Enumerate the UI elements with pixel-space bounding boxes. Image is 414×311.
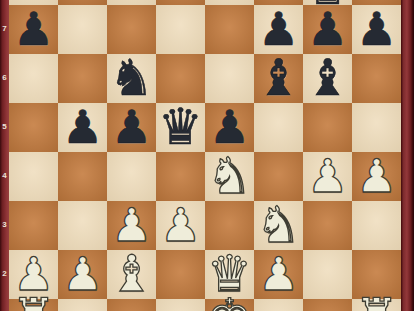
- square-e4[interactable]: ♞: [205, 152, 254, 201]
- black-bishop-f6[interactable]: ♝: [256, 54, 301, 103]
- black-pawn-f7[interactable]: ♟: [258, 5, 299, 54]
- square-c4[interactable]: [107, 152, 156, 201]
- square-c2[interactable]: ♝: [107, 250, 156, 299]
- white-pawn-c3[interactable]: ♟: [111, 201, 152, 250]
- square-g1[interactable]: [303, 299, 352, 311]
- square-b3[interactable]: [58, 201, 107, 250]
- square-e1[interactable]: ♚: [205, 299, 254, 311]
- square-c6[interactable]: ♞: [107, 54, 156, 103]
- white-king-e1[interactable]: ♚: [207, 293, 252, 311]
- square-h4[interactable]: ♟: [352, 152, 401, 201]
- square-e3[interactable]: [205, 201, 254, 250]
- white-pawn-b2[interactable]: ♟: [62, 250, 103, 299]
- square-d2[interactable]: [156, 250, 205, 299]
- square-d5[interactable]: ♛: [156, 103, 205, 152]
- square-g2[interactable]: [303, 250, 352, 299]
- square-f2[interactable]: ♟: [254, 250, 303, 299]
- square-b7[interactable]: [58, 5, 107, 54]
- white-rook-h1[interactable]: ♜: [354, 293, 399, 311]
- black-pawn-g7[interactable]: ♟: [307, 5, 348, 54]
- white-pawn-h4[interactable]: ♟: [356, 152, 397, 201]
- rank-label-3: 3: [0, 220, 9, 229]
- rank-label-6: 6: [0, 73, 9, 82]
- white-pawn-d3[interactable]: ♟: [160, 201, 201, 250]
- square-d7[interactable]: [156, 5, 205, 54]
- square-d1[interactable]: [156, 299, 205, 311]
- rank-label-2: 2: [0, 269, 9, 278]
- square-f6[interactable]: ♝: [254, 54, 303, 103]
- black-queen-d5[interactable]: ♛: [158, 103, 203, 152]
- square-d3[interactable]: ♟: [156, 201, 205, 250]
- square-h3[interactable]: [352, 201, 401, 250]
- square-h5[interactable]: [352, 103, 401, 152]
- square-b4[interactable]: [58, 152, 107, 201]
- square-b5[interactable]: ♟: [58, 103, 107, 152]
- black-pawn-a7[interactable]: ♟: [13, 5, 54, 54]
- square-a7[interactable]: ♟: [9, 5, 58, 54]
- chess-board-screenshot: ♚♟♟♟♟♞♝♝♟♟♛♟♞♟♟♟♟♞♟♟♝♛♟♜♚♜ 765432: [0, 0, 414, 311]
- black-bishop-g6[interactable]: ♝: [305, 54, 350, 103]
- square-g6[interactable]: ♝: [303, 54, 352, 103]
- black-knight-c6[interactable]: ♞: [109, 54, 154, 103]
- rank-label-7: 7: [0, 24, 9, 33]
- black-pawn-e5[interactable]: ♟: [209, 103, 250, 152]
- square-g3[interactable]: [303, 201, 352, 250]
- square-b2[interactable]: ♟: [58, 250, 107, 299]
- white-bishop-c2[interactable]: ♝: [109, 250, 154, 299]
- black-pawn-c5[interactable]: ♟: [111, 103, 152, 152]
- square-h1[interactable]: ♜: [352, 299, 401, 311]
- board-right-border: [401, 0, 414, 311]
- square-b6[interactable]: [58, 54, 107, 103]
- white-rook-a1[interactable]: ♜: [11, 293, 56, 311]
- board-left-border: 765432: [0, 0, 9, 311]
- white-pawn-g4[interactable]: ♟: [307, 152, 348, 201]
- square-h7[interactable]: ♟: [352, 5, 401, 54]
- square-e6[interactable]: [205, 54, 254, 103]
- rank-label-5: 5: [0, 122, 9, 131]
- square-a1[interactable]: ♜: [9, 299, 58, 311]
- square-g7[interactable]: ♟: [303, 5, 352, 54]
- square-c5[interactable]: ♟: [107, 103, 156, 152]
- rank-label-4: 4: [0, 171, 9, 180]
- square-f4[interactable]: [254, 152, 303, 201]
- square-e5[interactable]: ♟: [205, 103, 254, 152]
- square-a5[interactable]: [9, 103, 58, 152]
- square-g4[interactable]: ♟: [303, 152, 352, 201]
- square-d6[interactable]: [156, 54, 205, 103]
- square-d4[interactable]: [156, 152, 205, 201]
- square-c3[interactable]: ♟: [107, 201, 156, 250]
- white-knight-e4[interactable]: ♞: [207, 152, 252, 201]
- white-knight-f3[interactable]: ♞: [256, 201, 301, 250]
- square-e7[interactable]: [205, 5, 254, 54]
- square-c1[interactable]: [107, 299, 156, 311]
- square-b1[interactable]: [58, 299, 107, 311]
- square-f1[interactable]: [254, 299, 303, 311]
- square-a6[interactable]: [9, 54, 58, 103]
- square-h6[interactable]: [352, 54, 401, 103]
- white-pawn-f2[interactable]: ♟: [258, 250, 299, 299]
- black-pawn-b5[interactable]: ♟: [62, 103, 103, 152]
- black-pawn-h7[interactable]: ♟: [356, 5, 397, 54]
- square-a3[interactable]: [9, 201, 58, 250]
- chess-board: ♚♟♟♟♟♞♝♝♟♟♛♟♞♟♟♟♟♞♟♟♝♛♟♜♚♜: [9, 0, 401, 311]
- square-c7[interactable]: [107, 5, 156, 54]
- square-g5[interactable]: [303, 103, 352, 152]
- square-a4[interactable]: [9, 152, 58, 201]
- square-f7[interactable]: ♟: [254, 5, 303, 54]
- square-f5[interactable]: [254, 103, 303, 152]
- square-f3[interactable]: ♞: [254, 201, 303, 250]
